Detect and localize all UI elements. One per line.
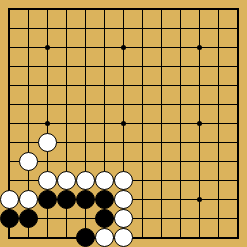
board-intersection[interactable] bbox=[152, 19, 171, 38]
board-intersection[interactable] bbox=[209, 0, 228, 19]
board-intersection[interactable] bbox=[38, 171, 57, 190]
board-intersection[interactable] bbox=[209, 228, 228, 247]
board-intersection[interactable] bbox=[228, 38, 247, 57]
board-intersection[interactable] bbox=[190, 152, 209, 171]
board-intersection[interactable] bbox=[171, 0, 190, 19]
board-intersection[interactable] bbox=[0, 76, 19, 95]
board-intersection[interactable] bbox=[209, 133, 228, 152]
black-stone bbox=[57, 190, 76, 209]
board-intersection[interactable] bbox=[76, 190, 95, 209]
board-intersection[interactable] bbox=[152, 209, 171, 228]
board-intersection[interactable] bbox=[95, 209, 114, 228]
board-intersection[interactable] bbox=[190, 38, 209, 57]
board-intersection[interactable] bbox=[76, 38, 95, 57]
board-intersection[interactable] bbox=[228, 228, 247, 247]
board-intersection[interactable] bbox=[38, 228, 57, 247]
white-stone bbox=[114, 209, 133, 228]
board-intersection[interactable] bbox=[228, 57, 247, 76]
board-intersection[interactable] bbox=[209, 114, 228, 133]
board-intersection[interactable] bbox=[0, 209, 19, 228]
board-intersection[interactable] bbox=[95, 152, 114, 171]
board-intersection[interactable] bbox=[0, 38, 19, 57]
board-intersection[interactable] bbox=[114, 190, 133, 209]
board-intersection[interactable] bbox=[38, 38, 57, 57]
board-intersection[interactable] bbox=[114, 38, 133, 57]
board-intersection[interactable] bbox=[19, 152, 38, 171]
board-intersection[interactable] bbox=[76, 95, 95, 114]
board-grid bbox=[0, 0, 247, 247]
board-intersection[interactable] bbox=[190, 76, 209, 95]
board-intersection[interactable] bbox=[57, 152, 76, 171]
board-intersection[interactable] bbox=[190, 190, 209, 209]
board-intersection[interactable] bbox=[0, 133, 19, 152]
hoshi-star-point bbox=[197, 121, 202, 126]
board-intersection[interactable] bbox=[171, 57, 190, 76]
board-intersection[interactable] bbox=[95, 228, 114, 247]
black-stone bbox=[76, 228, 95, 247]
board-intersection[interactable] bbox=[0, 114, 19, 133]
board-intersection[interactable] bbox=[171, 152, 190, 171]
board-intersection[interactable] bbox=[133, 76, 152, 95]
board-intersection[interactable] bbox=[152, 95, 171, 114]
board-intersection[interactable] bbox=[190, 209, 209, 228]
board-intersection[interactable] bbox=[171, 171, 190, 190]
board-intersection[interactable] bbox=[171, 190, 190, 209]
board-intersection[interactable] bbox=[228, 0, 247, 19]
board-intersection[interactable] bbox=[19, 0, 38, 19]
board-intersection[interactable] bbox=[76, 171, 95, 190]
board-intersection[interactable] bbox=[190, 171, 209, 190]
board-intersection[interactable] bbox=[171, 114, 190, 133]
board-intersection[interactable] bbox=[38, 76, 57, 95]
board-intersection[interactable] bbox=[76, 0, 95, 19]
board-intersection[interactable] bbox=[0, 190, 19, 209]
board-intersection[interactable] bbox=[114, 95, 133, 114]
board-intersection[interactable] bbox=[190, 19, 209, 38]
go-board bbox=[0, 0, 247, 247]
board-intersection[interactable] bbox=[57, 38, 76, 57]
board-intersection[interactable] bbox=[38, 190, 57, 209]
board-intersection[interactable] bbox=[114, 19, 133, 38]
board-intersection[interactable] bbox=[38, 95, 57, 114]
board-intersection[interactable] bbox=[152, 152, 171, 171]
board-intersection[interactable] bbox=[209, 95, 228, 114]
board-intersection[interactable] bbox=[95, 57, 114, 76]
hoshi-star-point bbox=[121, 121, 126, 126]
white-stone bbox=[76, 171, 95, 190]
black-stone bbox=[0, 209, 19, 228]
black-stone bbox=[38, 190, 57, 209]
board-intersection[interactable] bbox=[95, 76, 114, 95]
board-intersection[interactable] bbox=[76, 114, 95, 133]
board-intersection[interactable] bbox=[133, 114, 152, 133]
board-intersection[interactable] bbox=[57, 228, 76, 247]
board-intersection[interactable] bbox=[19, 228, 38, 247]
board-intersection[interactable] bbox=[19, 133, 38, 152]
black-stone bbox=[95, 209, 114, 228]
board-intersection[interactable] bbox=[133, 171, 152, 190]
board-intersection[interactable] bbox=[190, 114, 209, 133]
board-intersection[interactable] bbox=[209, 38, 228, 57]
board-intersection[interactable] bbox=[95, 133, 114, 152]
white-stone bbox=[57, 171, 76, 190]
board-intersection[interactable] bbox=[152, 76, 171, 95]
board-intersection[interactable] bbox=[209, 19, 228, 38]
board-intersection[interactable] bbox=[171, 76, 190, 95]
board-intersection[interactable] bbox=[38, 152, 57, 171]
board-intersection[interactable] bbox=[57, 0, 76, 19]
board-intersection[interactable] bbox=[19, 95, 38, 114]
board-intersection[interactable] bbox=[114, 209, 133, 228]
board-intersection[interactable] bbox=[0, 152, 19, 171]
board-intersection[interactable] bbox=[171, 19, 190, 38]
board-intersection[interactable] bbox=[76, 57, 95, 76]
board-intersection[interactable] bbox=[38, 19, 57, 38]
board-intersection[interactable] bbox=[114, 76, 133, 95]
board-intersection[interactable] bbox=[152, 0, 171, 19]
board-intersection[interactable] bbox=[76, 19, 95, 38]
board-intersection[interactable] bbox=[76, 228, 95, 247]
board-intersection[interactable] bbox=[133, 133, 152, 152]
board-intersection[interactable] bbox=[228, 133, 247, 152]
board-intersection[interactable] bbox=[152, 57, 171, 76]
white-stone bbox=[95, 171, 114, 190]
board-intersection[interactable] bbox=[190, 95, 209, 114]
board-intersection[interactable] bbox=[0, 171, 19, 190]
board-intersection[interactable] bbox=[57, 19, 76, 38]
board-intersection[interactable] bbox=[76, 209, 95, 228]
board-intersection[interactable] bbox=[95, 114, 114, 133]
board-intersection[interactable] bbox=[152, 114, 171, 133]
board-intersection[interactable] bbox=[114, 0, 133, 19]
board-intersection[interactable] bbox=[95, 95, 114, 114]
board-intersection[interactable] bbox=[57, 95, 76, 114]
board-intersection[interactable] bbox=[114, 171, 133, 190]
board-intersection[interactable] bbox=[57, 133, 76, 152]
white-stone bbox=[19, 190, 38, 209]
board-intersection[interactable] bbox=[171, 95, 190, 114]
hoshi-star-point bbox=[45, 45, 50, 50]
board-intersection[interactable] bbox=[114, 228, 133, 247]
board-intersection[interactable] bbox=[38, 209, 57, 228]
board-intersection[interactable] bbox=[190, 133, 209, 152]
board-intersection[interactable] bbox=[209, 152, 228, 171]
board-intersection[interactable] bbox=[190, 57, 209, 76]
board-intersection[interactable] bbox=[95, 0, 114, 19]
board-intersection[interactable] bbox=[228, 171, 247, 190]
board-intersection[interactable] bbox=[57, 57, 76, 76]
board-intersection[interactable] bbox=[19, 190, 38, 209]
board-intersection[interactable] bbox=[190, 228, 209, 247]
board-intersection[interactable] bbox=[38, 114, 57, 133]
board-intersection[interactable] bbox=[38, 0, 57, 19]
white-stone bbox=[38, 171, 57, 190]
board-intersection[interactable] bbox=[95, 19, 114, 38]
board-intersection[interactable] bbox=[0, 57, 19, 76]
black-stone bbox=[95, 190, 114, 209]
board-intersection[interactable] bbox=[133, 190, 152, 209]
board-intersection[interactable] bbox=[209, 190, 228, 209]
board-intersection[interactable] bbox=[209, 209, 228, 228]
white-stone bbox=[95, 228, 114, 247]
hoshi-star-point bbox=[197, 197, 202, 202]
board-intersection[interactable] bbox=[228, 95, 247, 114]
board-intersection[interactable] bbox=[38, 57, 57, 76]
board-intersection[interactable] bbox=[133, 0, 152, 19]
board-intersection[interactable] bbox=[133, 57, 152, 76]
board-intersection[interactable] bbox=[19, 19, 38, 38]
board-intersection[interactable] bbox=[95, 171, 114, 190]
white-stone bbox=[114, 171, 133, 190]
board-intersection[interactable] bbox=[152, 133, 171, 152]
board-intersection[interactable] bbox=[152, 190, 171, 209]
board-intersection[interactable] bbox=[114, 152, 133, 171]
board-intersection[interactable] bbox=[133, 38, 152, 57]
board-intersection[interactable] bbox=[95, 38, 114, 57]
board-intersection[interactable] bbox=[171, 38, 190, 57]
board-intersection[interactable] bbox=[190, 0, 209, 19]
board-intersection[interactable] bbox=[228, 209, 247, 228]
board-intersection[interactable] bbox=[57, 114, 76, 133]
board-intersection[interactable] bbox=[38, 133, 57, 152]
board-intersection[interactable] bbox=[133, 19, 152, 38]
board-intersection[interactable] bbox=[209, 171, 228, 190]
board-intersection[interactable] bbox=[76, 133, 95, 152]
board-intersection[interactable] bbox=[19, 38, 38, 57]
board-intersection[interactable] bbox=[133, 228, 152, 247]
board-intersection[interactable] bbox=[57, 190, 76, 209]
board-intersection[interactable] bbox=[152, 38, 171, 57]
board-intersection[interactable] bbox=[19, 114, 38, 133]
hoshi-star-point bbox=[197, 45, 202, 50]
white-stone bbox=[19, 152, 38, 171]
white-stone bbox=[0, 190, 19, 209]
board-intersection[interactable] bbox=[19, 171, 38, 190]
board-intersection[interactable] bbox=[228, 114, 247, 133]
hoshi-star-point bbox=[45, 121, 50, 126]
board-intersection[interactable] bbox=[228, 190, 247, 209]
board-intersection[interactable] bbox=[133, 209, 152, 228]
board-intersection[interactable] bbox=[57, 209, 76, 228]
white-stone bbox=[114, 228, 133, 247]
board-intersection[interactable] bbox=[133, 95, 152, 114]
board-intersection[interactable] bbox=[76, 76, 95, 95]
board-intersection[interactable] bbox=[152, 228, 171, 247]
board-intersection[interactable] bbox=[171, 209, 190, 228]
board-intersection[interactable] bbox=[0, 228, 19, 247]
board-intersection[interactable] bbox=[0, 0, 19, 19]
board-intersection[interactable] bbox=[0, 19, 19, 38]
board-intersection[interactable] bbox=[76, 152, 95, 171]
board-intersection[interactable] bbox=[114, 57, 133, 76]
board-intersection[interactable] bbox=[114, 114, 133, 133]
board-intersection[interactable] bbox=[209, 57, 228, 76]
board-intersection[interactable] bbox=[19, 76, 38, 95]
board-intersection[interactable] bbox=[209, 76, 228, 95]
hoshi-star-point bbox=[121, 45, 126, 50]
board-intersection[interactable] bbox=[0, 95, 19, 114]
board-intersection[interactable] bbox=[19, 57, 38, 76]
board-intersection[interactable] bbox=[171, 133, 190, 152]
board-intersection[interactable] bbox=[228, 76, 247, 95]
board-intersection[interactable] bbox=[19, 209, 38, 228]
board-intersection[interactable] bbox=[95, 190, 114, 209]
black-stone bbox=[76, 190, 95, 209]
board-intersection[interactable] bbox=[228, 152, 247, 171]
board-intersection[interactable] bbox=[133, 152, 152, 171]
board-intersection[interactable] bbox=[114, 133, 133, 152]
board-intersection[interactable] bbox=[152, 171, 171, 190]
white-stone bbox=[38, 133, 57, 152]
board-intersection[interactable] bbox=[228, 19, 247, 38]
board-intersection[interactable] bbox=[57, 171, 76, 190]
board-intersection[interactable] bbox=[171, 228, 190, 247]
white-stone bbox=[114, 190, 133, 209]
board-intersection[interactable] bbox=[57, 76, 76, 95]
black-stone bbox=[19, 209, 38, 228]
